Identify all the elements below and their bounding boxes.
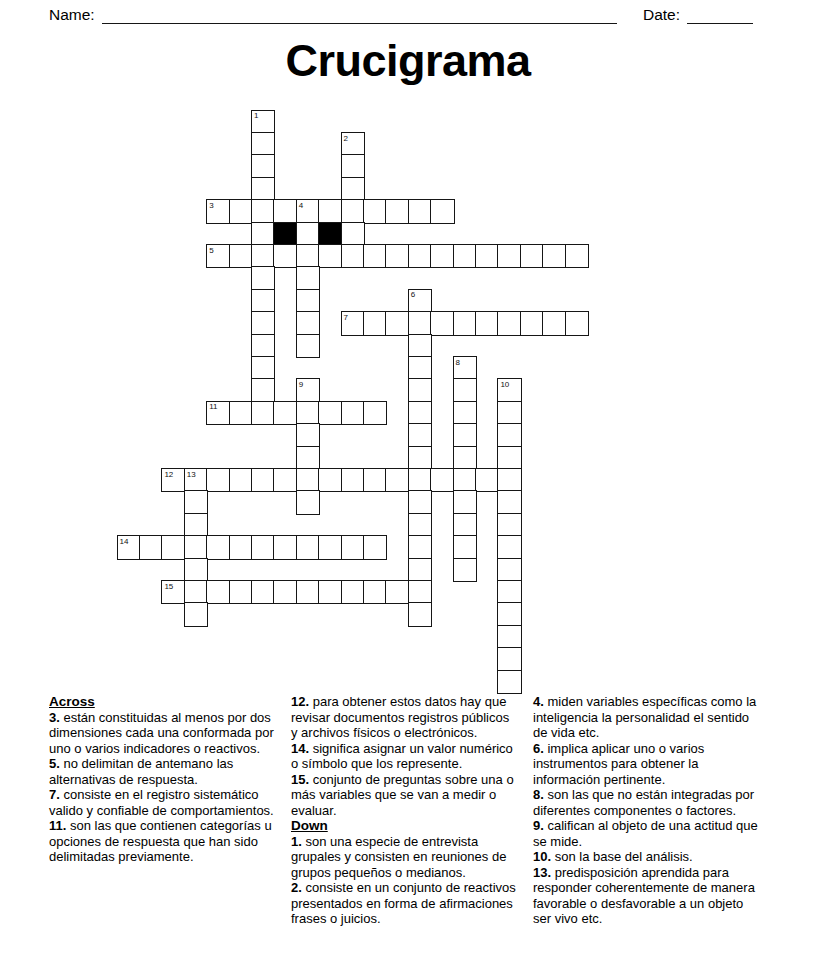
cell-number-12: 12 bbox=[164, 471, 173, 479]
clue-number: 8. bbox=[533, 787, 544, 802]
clue-12: 12. para obtener estos datos hay que rev… bbox=[291, 694, 518, 741]
clue-number: 11. bbox=[49, 818, 66, 833]
grid-cell-r19-c1[interactable] bbox=[139, 535, 163, 559]
grid-cell-r2-c10[interactable] bbox=[341, 154, 365, 178]
clue-number: 3. bbox=[49, 710, 60, 725]
grid-cell-r21-c4[interactable] bbox=[206, 580, 230, 604]
grid-cell-r6-c8[interactable] bbox=[296, 244, 320, 268]
grid-cell-r18-c15[interactable] bbox=[453, 513, 477, 537]
grid-cell-r19-c5[interactable] bbox=[229, 535, 253, 559]
clue-number: 13. bbox=[533, 865, 551, 880]
cell-number-14: 14 bbox=[120, 538, 129, 546]
grid-cell-r10-c6[interactable] bbox=[251, 334, 275, 358]
grid-cell-r18-c3[interactable] bbox=[184, 513, 208, 537]
name-blank-line[interactable] bbox=[102, 7, 617, 24]
grid-cell-r6-c10[interactable] bbox=[341, 244, 365, 268]
cell-number-4: 4 bbox=[299, 202, 303, 210]
grid-cell-r3-c10[interactable] bbox=[341, 177, 365, 201]
grid-cell-r9-c13[interactable] bbox=[408, 311, 432, 335]
grid-cell-r3-c6[interactable] bbox=[251, 177, 275, 201]
date-label: Date: bbox=[643, 5, 680, 24]
clue-10: 10. son la base del análisis. bbox=[533, 849, 760, 865]
grid-cell-r19-c8[interactable] bbox=[296, 535, 320, 559]
cell-number-9: 9 bbox=[299, 381, 303, 389]
grid-cell-r13-c13[interactable] bbox=[408, 401, 432, 425]
grid-cell-r4-c13[interactable] bbox=[408, 199, 432, 223]
cell-number-1: 1 bbox=[254, 112, 258, 120]
grid-cell-r19-c13[interactable] bbox=[408, 535, 432, 559]
crossword-grid: 123456789101112131415 bbox=[118, 111, 588, 693]
grid-cell-r6-c13[interactable] bbox=[408, 244, 432, 268]
grid-cell-r6-c5[interactable] bbox=[229, 244, 253, 268]
grid-cell-r5-c10[interactable] bbox=[341, 222, 365, 246]
clue-5: 5. no delimitan de antemano las alternat… bbox=[49, 756, 276, 787]
clue-column-2: 12. para obtener estos datos hay que rev… bbox=[291, 694, 518, 927]
grid-cell-r16-c13[interactable] bbox=[408, 468, 432, 492]
clue-11: 11. son las que contienen categorías u o… bbox=[49, 818, 276, 865]
grid-cell-r1-c6[interactable] bbox=[251, 132, 275, 156]
grid-cell-r19-c9[interactable] bbox=[318, 535, 342, 559]
grid-cell-r9-c8[interactable] bbox=[296, 311, 320, 335]
grid-cell-r4-c14[interactable] bbox=[430, 199, 454, 223]
cell-number-11: 11 bbox=[209, 403, 217, 411]
clue-3: 3. están constituidas al menos por dos d… bbox=[49, 710, 276, 757]
grid-cell-r6-c9[interactable] bbox=[318, 244, 342, 268]
grid-cell-r24-c17[interactable] bbox=[497, 647, 521, 671]
grid-cell-r21-c9[interactable] bbox=[318, 580, 342, 604]
black-cell-r5-c9 bbox=[318, 222, 342, 246]
date-blank-line[interactable] bbox=[687, 7, 753, 24]
grid-cell-r16-c9[interactable] bbox=[318, 468, 342, 492]
clue-9: 9. califican al objeto de una actitud qu… bbox=[533, 818, 760, 849]
grid-cell-r14-c13[interactable] bbox=[408, 423, 432, 447]
grid-cell-r17-c3[interactable] bbox=[184, 490, 208, 514]
page-title: Crucigrama bbox=[0, 36, 816, 86]
grid-cell-r16-c12[interactable] bbox=[385, 468, 409, 492]
grid-cell-r9-c16[interactable] bbox=[475, 311, 499, 335]
grid-cell-r21-c6[interactable] bbox=[251, 580, 275, 604]
cell-number-3: 3 bbox=[209, 202, 213, 210]
across-header: Across bbox=[49, 694, 276, 710]
grid-cell-r14-c8[interactable] bbox=[296, 423, 320, 447]
grid-cell-r16-c11[interactable] bbox=[363, 468, 387, 492]
clue-number: 14. bbox=[291, 741, 309, 756]
clue-number: 12. bbox=[291, 694, 309, 709]
grid-cell-r17-c17[interactable] bbox=[497, 490, 521, 514]
grid-cell-r18-c13[interactable] bbox=[408, 513, 432, 537]
grid-cell-r9-c12[interactable] bbox=[385, 311, 409, 335]
grid-cell-r19-c10[interactable] bbox=[341, 535, 365, 559]
name-label: Name: bbox=[49, 5, 95, 24]
grid-cell-r11-c13[interactable] bbox=[408, 356, 432, 380]
grid-cell-r19-c6[interactable] bbox=[251, 535, 275, 559]
grid-cell-r20-c17[interactable] bbox=[497, 558, 521, 582]
cell-number-10: 10 bbox=[500, 381, 509, 389]
grid-cell-r9-c6[interactable] bbox=[251, 311, 275, 335]
black-cell-r5-c7 bbox=[273, 222, 297, 246]
clue-number: 1. bbox=[291, 834, 302, 849]
grid-cell-r9-c18[interactable] bbox=[520, 311, 544, 335]
grid-cell-r21-c8[interactable] bbox=[296, 580, 320, 604]
cell-number-13: 13 bbox=[187, 471, 196, 479]
grid-cell-r15-c13[interactable] bbox=[408, 446, 432, 470]
grid-cell-r16-c5[interactable] bbox=[229, 468, 253, 492]
grid-cell-r15-c15[interactable] bbox=[453, 446, 477, 470]
grid-cell-r19-c17[interactable] bbox=[497, 535, 521, 559]
grid-cell-r10-c8[interactable] bbox=[296, 334, 320, 358]
grid-cell-r20-c3[interactable] bbox=[184, 558, 208, 582]
grid-cell-r15-c17[interactable] bbox=[497, 446, 521, 470]
grid-cell-r9-c15[interactable] bbox=[453, 311, 477, 335]
clue-7: 7. consiste en el registro sistemático v… bbox=[49, 787, 276, 818]
clue-number: 7. bbox=[49, 787, 60, 802]
grid-cell-r14-c15[interactable] bbox=[453, 423, 477, 447]
grid-cell-r22-c17[interactable] bbox=[497, 602, 521, 626]
clue-number: 5. bbox=[49, 756, 60, 771]
clues-section: Across3. están constituidas al menos por… bbox=[49, 694, 760, 927]
grid-cell-r10-c13[interactable] bbox=[408, 334, 432, 358]
grid-cell-r13-c10[interactable] bbox=[341, 401, 365, 425]
cell-number-2: 2 bbox=[344, 135, 348, 143]
grid-cell-r19-c11[interactable] bbox=[363, 535, 387, 559]
grid-cell-r19-c7[interactable] bbox=[273, 535, 297, 559]
grid-cell-r9-c19[interactable] bbox=[542, 311, 566, 335]
grid-cell-r4-c6[interactable] bbox=[251, 199, 275, 223]
grid-cell-r21-c17[interactable] bbox=[497, 580, 521, 604]
grid-cell-r22-c3[interactable] bbox=[184, 602, 208, 626]
grid-cell-r6-c12[interactable] bbox=[385, 244, 409, 268]
clue-14: 14. significa asignar un valor numérico … bbox=[291, 741, 518, 772]
grid-cell-r11-c6[interactable] bbox=[251, 356, 275, 380]
cell-number-5: 5 bbox=[209, 247, 213, 255]
grid-cell-r6-c6[interactable] bbox=[251, 244, 275, 268]
clue-number: 2. bbox=[291, 880, 302, 895]
grid-cell-r17-c8[interactable] bbox=[296, 490, 320, 514]
grid-cell-r7-c8[interactable] bbox=[296, 266, 320, 290]
grid-cell-r4-c5[interactable] bbox=[229, 199, 253, 223]
cell-number-15: 15 bbox=[164, 583, 173, 591]
clue-column-1: Across3. están constituidas al menos por… bbox=[49, 694, 276, 927]
grid-cell-r2-c6[interactable] bbox=[251, 154, 275, 178]
grid-cell-r25-c17[interactable] bbox=[497, 670, 521, 694]
grid-cell-r7-c6[interactable] bbox=[251, 266, 275, 290]
grid-cell-r16-c8[interactable] bbox=[296, 468, 320, 492]
clue-8: 8. son las que no están integradas por d… bbox=[533, 787, 760, 818]
worksheet-header: Name: Date: bbox=[49, 5, 753, 24]
cell-number-8: 8 bbox=[456, 359, 460, 367]
clue-number: 10. bbox=[533, 849, 551, 864]
grid-cell-r21-c10[interactable] bbox=[341, 580, 365, 604]
grid-cell-r17-c13[interactable] bbox=[408, 490, 432, 514]
grid-cell-r6-c16[interactable] bbox=[475, 244, 499, 268]
grid-cell-r12-c15[interactable] bbox=[453, 378, 477, 402]
grid-cell-r13-c11[interactable] bbox=[363, 401, 387, 425]
grid-cell-r13-c15[interactable] bbox=[453, 401, 477, 425]
grid-cell-r13-c6[interactable] bbox=[251, 401, 275, 425]
grid-cell-r13-c8[interactable] bbox=[296, 401, 320, 425]
grid-cell-r14-c17[interactable] bbox=[497, 423, 521, 447]
grid-cell-r16-c17[interactable] bbox=[497, 468, 521, 492]
grid-cell-r22-c13[interactable] bbox=[408, 602, 432, 626]
grid-cell-r18-c17[interactable] bbox=[497, 513, 521, 537]
grid-cell-r16-c14[interactable] bbox=[430, 468, 454, 492]
down-header: Down bbox=[291, 818, 518, 834]
grid-cell-r15-c8[interactable] bbox=[296, 446, 320, 470]
grid-cell-r6-c11[interactable] bbox=[363, 244, 387, 268]
grid-cell-r9-c14[interactable] bbox=[430, 311, 454, 335]
grid-cell-r8-c6[interactable] bbox=[251, 289, 275, 313]
grid-cell-r13-c17[interactable] bbox=[497, 401, 521, 425]
grid-cell-r16-c6[interactable] bbox=[251, 468, 275, 492]
clue-number: 15. bbox=[291, 772, 309, 787]
grid-cell-r8-c8[interactable] bbox=[296, 289, 320, 313]
clue-2: 2. consiste en un conjunto de reactivos … bbox=[291, 880, 518, 927]
grid-cell-r6-c14[interactable] bbox=[430, 244, 454, 268]
grid-cell-r13-c9[interactable] bbox=[318, 401, 342, 425]
grid-cell-r4-c9[interactable] bbox=[318, 199, 342, 223]
grid-cell-r6-c7[interactable] bbox=[273, 244, 297, 268]
grid-cell-r21-c12[interactable] bbox=[385, 580, 409, 604]
grid-cell-r21-c11[interactable] bbox=[363, 580, 387, 604]
grid-cell-r20-c13[interactable] bbox=[408, 558, 432, 582]
grid-cell-r17-c15[interactable] bbox=[453, 490, 477, 514]
cell-number-7: 7 bbox=[344, 314, 348, 322]
cell-number-6: 6 bbox=[411, 291, 415, 299]
grid-cell-r21-c7[interactable] bbox=[273, 580, 297, 604]
grid-cell-r9-c20[interactable] bbox=[565, 311, 589, 335]
grid-cell-r4-c10[interactable] bbox=[341, 199, 365, 223]
grid-cell-r19-c2[interactable] bbox=[161, 535, 185, 559]
grid-cell-r16-c15[interactable] bbox=[453, 468, 477, 492]
grid-cell-r23-c17[interactable] bbox=[497, 625, 521, 649]
clue-number: 9. bbox=[533, 818, 544, 833]
clue-1: 1. son una especie de entrevista grupale… bbox=[291, 834, 518, 881]
grid-cell-r4-c12[interactable] bbox=[385, 199, 409, 223]
grid-cell-r4-c11[interactable] bbox=[363, 199, 387, 223]
grid-cell-r9-c11[interactable] bbox=[363, 311, 387, 335]
grid-cell-r19-c15[interactable] bbox=[453, 535, 477, 559]
clue-15: 15. conjunto de preguntas sobre una o má… bbox=[291, 772, 518, 819]
grid-cell-r21-c5[interactable] bbox=[229, 580, 253, 604]
grid-cell-r6-c18[interactable] bbox=[520, 244, 544, 268]
grid-cell-r16-c7[interactable] bbox=[273, 468, 297, 492]
grid-cell-r4-c7[interactable] bbox=[273, 199, 297, 223]
grid-cell-r6-c20[interactable] bbox=[565, 244, 589, 268]
grid-cell-r21-c13[interactable] bbox=[408, 580, 432, 604]
grid-cell-r13-c7[interactable] bbox=[273, 401, 297, 425]
grid-cell-r5-c6[interactable] bbox=[251, 222, 275, 246]
clue-number: 6. bbox=[533, 741, 544, 756]
clue-column-3: 4. miden variables específicas como la i… bbox=[533, 694, 760, 927]
grid-cell-r12-c6[interactable] bbox=[251, 378, 275, 402]
grid-cell-r6-c15[interactable] bbox=[453, 244, 477, 268]
grid-cell-r16-c10[interactable] bbox=[341, 468, 365, 492]
grid-cell-r6-c17[interactable] bbox=[497, 244, 521, 268]
grid-cell-r20-c15[interactable] bbox=[453, 558, 477, 582]
grid-cell-r21-c3[interactable] bbox=[184, 580, 208, 604]
grid-cell-r19-c4[interactable] bbox=[206, 535, 230, 559]
grid-cell-r16-c16[interactable] bbox=[475, 468, 499, 492]
clue-6: 6. implica aplicar uno o varios instrume… bbox=[533, 741, 760, 788]
grid-cell-r12-c13[interactable] bbox=[408, 378, 432, 402]
clue-13: 13. predisposición aprendida para respon… bbox=[533, 865, 760, 927]
grid-cell-r5-c8[interactable] bbox=[296, 222, 320, 246]
grid-cell-r6-c19[interactable] bbox=[542, 244, 566, 268]
grid-cell-r19-c3[interactable] bbox=[184, 535, 208, 559]
grid-cell-r9-c17[interactable] bbox=[497, 311, 521, 335]
grid-cell-r13-c5[interactable] bbox=[229, 401, 253, 425]
clue-4: 4. miden variables específicas como la i… bbox=[533, 694, 760, 741]
grid-cell-r16-c4[interactable] bbox=[206, 468, 230, 492]
clue-number: 4. bbox=[533, 694, 544, 709]
